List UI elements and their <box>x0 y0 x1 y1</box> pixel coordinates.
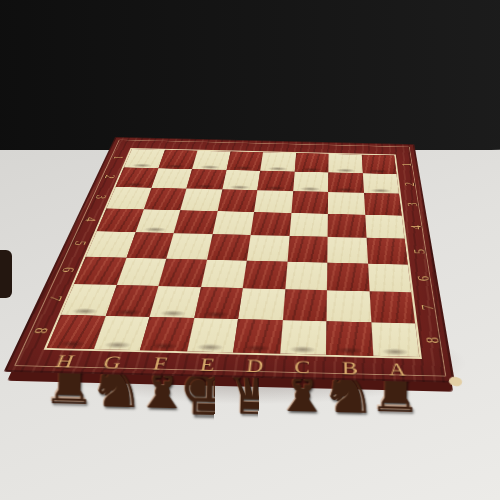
piece-shadow <box>194 184 216 189</box>
square-g2 <box>151 168 192 189</box>
piece-shadow <box>203 310 231 317</box>
rank-label-4: 4 <box>409 225 423 230</box>
piece-shadow <box>143 227 168 233</box>
file-label-F: F <box>134 354 186 373</box>
rank-label-2: 2 <box>403 182 416 186</box>
square-e3 <box>217 189 257 211</box>
rank-label-4: 4 <box>81 217 97 222</box>
square-f4 <box>174 210 218 234</box>
square-b6 <box>327 262 369 291</box>
photo-tilt-wrapper: ♜♞♝♚♛♝♞♜♟♟♟♟♟♟♟♟♟♟♟♟♜♞♝♚♛♝♞♜ HGFEDCBA 12… <box>0 0 500 500</box>
square-b4 <box>328 214 366 238</box>
square-b1: ♞ <box>328 154 362 173</box>
piece-shadow <box>114 308 143 315</box>
square-e4 <box>212 211 254 235</box>
perspective-scene: ♜♞♝♚♛♝♞♜♟♟♟♟♟♟♟♟♟♟♟♟♜♞♝♚♛♝♞♜ HGFEDCBA 12… <box>0 0 500 500</box>
piece-shadow <box>123 182 146 187</box>
file-label-D: D <box>230 356 280 375</box>
file-label-G: G <box>86 353 139 372</box>
piece-shadow <box>289 346 317 354</box>
rank-label-6: 6 <box>416 276 432 281</box>
square-d2: ♟ <box>257 171 294 192</box>
rank-label-3: 3 <box>406 203 420 207</box>
square-b3 <box>328 192 365 214</box>
square-d3 <box>254 190 293 212</box>
square-c3 <box>291 191 328 213</box>
square-b8: ♞ <box>326 321 373 356</box>
rank-label-1: 1 <box>400 163 413 167</box>
square-f1: ♝ <box>192 151 230 170</box>
square-a4 <box>365 214 405 238</box>
square-b2: ♟ <box>328 172 363 193</box>
rank-label-5: 5 <box>70 241 86 246</box>
piece-shadow <box>70 307 99 314</box>
square-f5 <box>166 233 212 259</box>
square-b7 <box>327 290 371 322</box>
square-g1: ♞ <box>158 150 197 169</box>
piece-shadow <box>381 348 409 356</box>
square-d1: ♛ <box>260 152 296 171</box>
chess-board: ♜♞♝♚♛♝♞♜♟♟♟♟♟♟♟♟♟♟♟♟♜♞♝♚♛♝♞♜ HGFEDCBA 12… <box>4 137 455 383</box>
piece-shadow <box>196 343 225 351</box>
rank-label-6: 6 <box>58 267 75 272</box>
square-e1: ♚ <box>226 151 263 170</box>
square-c6 <box>285 261 327 290</box>
piece-shadow <box>242 344 271 352</box>
square-a5 <box>366 238 408 264</box>
square-f7: ♟ <box>150 286 201 318</box>
square-c4 <box>289 213 328 237</box>
square-d4 <box>251 212 291 236</box>
rank-label-5: 5 <box>412 249 427 254</box>
square-f6 <box>158 258 206 287</box>
square-d7 <box>238 288 285 320</box>
square-c5 <box>287 236 328 262</box>
square-a3 <box>364 193 402 215</box>
rank-label-3: 3 <box>91 195 106 199</box>
file-label-E: E <box>182 355 233 374</box>
square-d5 <box>247 235 289 261</box>
file-label-B: B <box>326 358 374 377</box>
square-g6 <box>116 257 166 286</box>
square-c2: ♟ <box>293 171 329 192</box>
rank-label-8: 8 <box>424 337 441 344</box>
rank-label-2: 2 <box>101 175 115 179</box>
square-a6 <box>368 263 412 292</box>
file-label-H: H <box>38 352 93 371</box>
rank-label-1: 1 <box>110 156 124 160</box>
square-g3 <box>143 188 186 210</box>
square-e2: ♟ <box>222 170 260 191</box>
square-f2: ♟ <box>186 169 226 190</box>
square-e8: ♚ <box>186 318 238 353</box>
piece-shadow <box>103 341 133 349</box>
square-c1: ♝ <box>294 153 328 172</box>
square-a2: ♟ <box>362 173 399 194</box>
square-d6 <box>243 260 287 289</box>
square-f3 <box>180 189 222 211</box>
piece-shadow <box>56 340 87 348</box>
rank-label-8: 8 <box>29 327 48 333</box>
square-a1: ♜ <box>361 155 396 174</box>
square-d8: ♛ <box>233 319 282 354</box>
file-label-C: C <box>278 357 326 376</box>
square-e6 <box>201 259 247 288</box>
square-f8: ♝ <box>140 317 194 352</box>
file-label-A: A <box>373 360 422 379</box>
piece-shadow <box>335 347 363 355</box>
square-c7 <box>282 289 327 321</box>
square-e5 <box>207 234 251 260</box>
piece-shadow <box>159 309 187 316</box>
rank-label-7: 7 <box>44 296 62 302</box>
square-a7 <box>369 291 415 323</box>
piece-shadow <box>229 185 251 190</box>
square-c8: ♝ <box>280 320 327 355</box>
piece-shadow <box>149 342 179 350</box>
square-b5 <box>327 237 367 263</box>
rank-label-7: 7 <box>419 305 436 311</box>
square-e7: ♟ <box>194 287 243 319</box>
square-a8: ♜ <box>371 322 419 357</box>
